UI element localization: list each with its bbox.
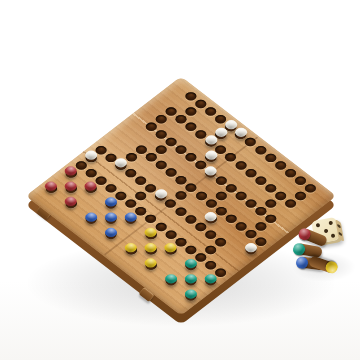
die-pip	[331, 233, 336, 238]
die-pip	[337, 224, 340, 228]
die-pip	[338, 232, 341, 236]
product-photo	[0, 0, 360, 360]
spare-peg-yellow[interactable]	[308, 255, 336, 274]
die-pip	[329, 221, 334, 226]
die-pip	[323, 228, 328, 233]
die-side-face	[335, 219, 344, 241]
spare-peg-cap	[324, 260, 339, 275]
spare-peg-cap	[297, 226, 313, 242]
accessories	[0, 0, 360, 360]
spare-peg-cap	[295, 256, 308, 269]
die-pip	[315, 223, 320, 228]
spare-peg-cap	[292, 242, 306, 256]
